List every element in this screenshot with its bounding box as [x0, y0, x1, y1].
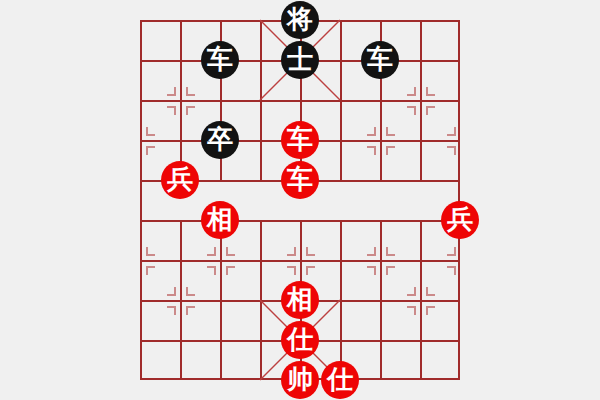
- board-cell: [420, 100, 460, 140]
- red-chariot[interactable]: 车: [281, 121, 319, 159]
- board-cell: [380, 260, 420, 300]
- board-cell: [140, 300, 180, 340]
- board-cell: [260, 220, 300, 260]
- board-cell: [220, 300, 260, 340]
- board-cell: [180, 300, 220, 340]
- board-cell: [420, 60, 460, 100]
- black-advisor[interactable]: 士: [281, 41, 319, 79]
- board-cell: [340, 260, 380, 300]
- board-cell: [420, 140, 460, 180]
- board-cell: [220, 260, 260, 300]
- board-cell: [340, 180, 380, 220]
- red-elephant[interactable]: 相: [201, 201, 239, 239]
- red-advisor[interactable]: 仕: [281, 321, 319, 359]
- red-soldier[interactable]: 兵: [161, 161, 199, 199]
- board-cell: [340, 300, 380, 340]
- red-elephant[interactable]: 相: [281, 281, 319, 319]
- black-chariot[interactable]: 车: [201, 41, 239, 79]
- board-cell: [300, 220, 340, 260]
- board-cell: [340, 220, 380, 260]
- board-cell: [420, 20, 460, 60]
- red-soldier[interactable]: 兵: [441, 201, 479, 239]
- board-cell: [420, 260, 460, 300]
- board-cell: [380, 340, 420, 380]
- board-cell: [140, 260, 180, 300]
- red-advisor[interactable]: 仕: [321, 361, 359, 399]
- black-general[interactable]: 将: [281, 1, 319, 39]
- board-cell: [380, 100, 420, 140]
- black-chariot[interactable]: 车: [361, 41, 399, 79]
- screen: 将车士车卒车兵车相兵相仕帅仕: [0, 0, 600, 400]
- board-cell: [140, 20, 180, 60]
- board-cell: [140, 60, 180, 100]
- board-cell: [380, 180, 420, 220]
- board-cell: [220, 340, 260, 380]
- board-cell: [340, 100, 380, 140]
- board-cell: [340, 140, 380, 180]
- black-soldier[interactable]: 卒: [201, 121, 239, 159]
- board-cell: [140, 220, 180, 260]
- xiangqi-board: 将车士车卒车兵车相兵相仕帅仕: [140, 20, 460, 380]
- board-cell: [180, 340, 220, 380]
- board-cell: [180, 260, 220, 300]
- board-cell: [420, 340, 460, 380]
- red-general[interactable]: 帅: [281, 361, 319, 399]
- board-cell: [380, 140, 420, 180]
- board-cell: [420, 300, 460, 340]
- board-cell: [140, 100, 180, 140]
- red-chariot[interactable]: 车: [281, 161, 319, 199]
- board-cell: [140, 340, 180, 380]
- board-cell: [380, 300, 420, 340]
- board-cell: [380, 220, 420, 260]
